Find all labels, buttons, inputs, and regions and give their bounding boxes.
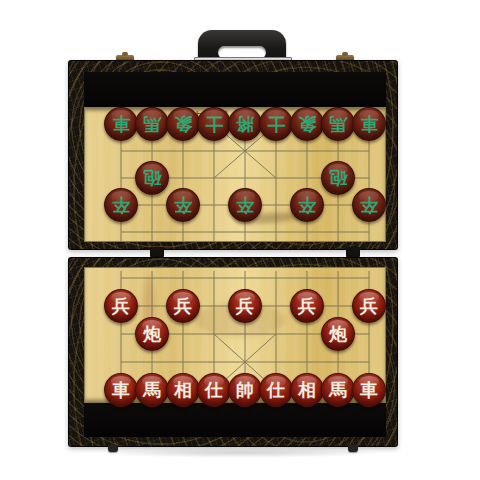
- piece-glyph: 象: [298, 115, 316, 133]
- case-bottom-shell: 中國象棋 兵兵兵兵兵炮炮車馬相仕帥仕相馬車: [68, 257, 398, 447]
- piece-red-soldier-5[interactable]: 兵: [352, 289, 386, 323]
- piece-red-advisor-right[interactable]: 仕: [259, 373, 293, 407]
- piece-black-elephant-left[interactable]: 象: [166, 107, 200, 141]
- piece-glyph: 兵: [360, 297, 378, 315]
- piece-glyph: 卒: [174, 196, 192, 214]
- velvet-lining-bottom: [84, 403, 386, 437]
- piece-black-horse-right[interactable]: 馬: [321, 107, 355, 141]
- piece-red-chariot-left[interactable]: 車: [104, 373, 138, 407]
- piece-red-elephant-right[interactable]: 相: [290, 373, 324, 407]
- piece-red-soldier-1[interactable]: 兵: [104, 289, 138, 323]
- piece-glyph: 相: [174, 381, 192, 399]
- case-top-shell: 中國象棋 車馬象士將士象馬車砲砲卒卒卒卒卒: [68, 60, 398, 250]
- hinge-right: [346, 247, 360, 257]
- piece-black-cannon-left[interactable]: 砲: [135, 161, 169, 195]
- piece-glyph: 卒: [112, 196, 130, 214]
- piece-black-advisor-right[interactable]: 士: [259, 107, 293, 141]
- piece-glyph: 馬: [329, 381, 347, 399]
- piece-glyph: 砲: [143, 169, 161, 187]
- piece-glyph: 兵: [112, 297, 130, 315]
- piece-glyph: 砲: [329, 169, 347, 187]
- piece-red-soldier-3[interactable]: 兵: [228, 289, 262, 323]
- piece-black-general[interactable]: 將: [228, 107, 262, 141]
- piece-glyph: 卒: [360, 196, 378, 214]
- piece-glyph: 馬: [329, 115, 347, 133]
- piece-glyph: 兵: [236, 297, 254, 315]
- piece-black-horse-left[interactable]: 馬: [135, 107, 169, 141]
- case-bottom-interior: 中國象棋 兵兵兵兵兵炮炮車馬相仕帥仕相馬車: [84, 267, 386, 437]
- case-shadow: [95, 448, 385, 458]
- piece-red-horse-right[interactable]: 馬: [321, 373, 355, 407]
- piece-glyph: 士: [205, 115, 223, 133]
- piece-glyph: 仕: [267, 381, 285, 399]
- piece-glyph: 象: [174, 115, 192, 133]
- piece-glyph: 馬: [143, 115, 161, 133]
- piece-black-soldier-2[interactable]: 卒: [166, 188, 200, 222]
- piece-red-soldier-2[interactable]: 兵: [166, 289, 200, 323]
- piece-red-elephant-left[interactable]: 相: [166, 373, 200, 407]
- velvet-lining-top: [84, 72, 386, 107]
- piece-red-horse-left[interactable]: 馬: [135, 373, 169, 407]
- bottom-board[interactable]: 中國象棋 兵兵兵兵兵炮炮車馬相仕帥仕相馬車: [84, 267, 386, 403]
- piece-glyph: 車: [112, 115, 130, 133]
- piece-glyph: 兵: [174, 297, 192, 315]
- piece-black-soldier-4[interactable]: 卒: [290, 188, 324, 222]
- piece-glyph: 相: [298, 381, 316, 399]
- piece-glyph: 兵: [298, 297, 316, 315]
- piece-glyph: 車: [360, 115, 378, 133]
- piece-glyph: 炮: [143, 325, 161, 343]
- piece-black-soldier-3[interactable]: 卒: [228, 188, 262, 222]
- piece-glyph: 士: [267, 115, 285, 133]
- piece-glyph: 仕: [205, 381, 223, 399]
- piece-red-soldier-4[interactable]: 兵: [290, 289, 324, 323]
- hinge-left: [150, 247, 164, 257]
- piece-black-elephant-right[interactable]: 象: [290, 107, 324, 141]
- piece-black-soldier-1[interactable]: 卒: [104, 188, 138, 222]
- piece-glyph: 炮: [329, 325, 347, 343]
- piece-glyph: 帥: [236, 381, 254, 399]
- piece-red-cannon-left[interactable]: 炮: [135, 317, 169, 351]
- piece-black-advisor-left[interactable]: 士: [197, 107, 231, 141]
- piece-red-general[interactable]: 帥: [228, 373, 262, 407]
- piece-glyph: 卒: [298, 196, 316, 214]
- case-top-interior: 中國象棋 車馬象士將士象馬車砲砲卒卒卒卒卒: [84, 72, 386, 242]
- piece-glyph: 卒: [236, 196, 254, 214]
- piece-black-cannon-right[interactable]: 砲: [321, 161, 355, 195]
- piece-glyph: 將: [236, 115, 254, 133]
- piece-glyph: 車: [360, 381, 378, 399]
- piece-red-advisor-left[interactable]: 仕: [197, 373, 231, 407]
- piece-red-chariot-right[interactable]: 車: [352, 373, 386, 407]
- top-board[interactable]: 中國象棋 車馬象士將士象馬車砲砲卒卒卒卒卒: [84, 107, 386, 242]
- piece-black-chariot-left[interactable]: 車: [104, 107, 138, 141]
- piece-red-cannon-right[interactable]: 炮: [321, 317, 355, 351]
- piece-black-soldier-5[interactable]: 卒: [352, 188, 386, 222]
- piece-glyph: 馬: [143, 381, 161, 399]
- product-photo: 中國象棋 車馬象士將士象馬車砲砲卒卒卒卒卒 中國象棋 兵兵兵兵兵炮炮車馬相仕帥仕…: [0, 0, 480, 480]
- piece-glyph: 車: [112, 381, 130, 399]
- piece-black-chariot-right[interactable]: 車: [352, 107, 386, 141]
